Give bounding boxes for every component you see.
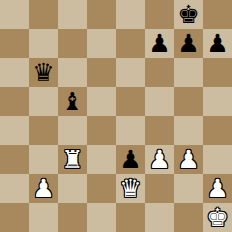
- chess-board: ♚♟♟♟♛♝♜♟♟♟♟♛♟♚: [0, 0, 232, 232]
- piece-black-pawn[interactable]: ♟: [119, 145, 141, 174]
- square-h4[interactable]: [203, 116, 232, 145]
- square-g6[interactable]: [174, 58, 203, 87]
- square-a4[interactable]: [0, 116, 29, 145]
- square-b8[interactable]: [29, 0, 58, 29]
- piece-white-pawn[interactable]: ♟: [32, 174, 54, 203]
- square-d7[interactable]: [87, 29, 116, 58]
- square-e6[interactable]: [116, 58, 145, 87]
- square-c7[interactable]: [58, 29, 87, 58]
- piece-white-king[interactable]: ♚: [206, 203, 228, 232]
- square-b3[interactable]: [29, 145, 58, 174]
- piece-black-pawn[interactable]: ♟: [206, 29, 228, 58]
- square-h7[interactable]: ♟: [203, 29, 232, 58]
- square-e7[interactable]: [116, 29, 145, 58]
- square-g2[interactable]: [174, 174, 203, 203]
- square-b2[interactable]: ♟: [29, 174, 58, 203]
- square-g8[interactable]: ♚: [174, 0, 203, 29]
- square-e5[interactable]: [116, 87, 145, 116]
- square-d4[interactable]: [87, 116, 116, 145]
- piece-black-pawn[interactable]: ♟: [177, 29, 199, 58]
- square-d3[interactable]: [87, 145, 116, 174]
- square-c4[interactable]: [58, 116, 87, 145]
- square-e3[interactable]: ♟: [116, 145, 145, 174]
- square-d1[interactable]: [87, 203, 116, 232]
- square-b7[interactable]: [29, 29, 58, 58]
- piece-white-pawn[interactable]: ♟: [177, 145, 199, 174]
- square-a1[interactable]: [0, 203, 29, 232]
- square-c6[interactable]: [58, 58, 87, 87]
- square-d8[interactable]: [87, 0, 116, 29]
- square-b5[interactable]: [29, 87, 58, 116]
- square-a8[interactable]: [0, 0, 29, 29]
- square-g7[interactable]: ♟: [174, 29, 203, 58]
- piece-white-pawn[interactable]: ♟: [148, 145, 170, 174]
- square-b4[interactable]: [29, 116, 58, 145]
- square-g4[interactable]: [174, 116, 203, 145]
- square-h3[interactable]: [203, 145, 232, 174]
- square-g3[interactable]: ♟: [174, 145, 203, 174]
- square-f5[interactable]: [145, 87, 174, 116]
- square-a5[interactable]: [0, 87, 29, 116]
- square-f3[interactable]: ♟: [145, 145, 174, 174]
- square-e2[interactable]: ♛: [116, 174, 145, 203]
- square-e8[interactable]: [116, 0, 145, 29]
- square-f8[interactable]: [145, 0, 174, 29]
- square-d5[interactable]: [87, 87, 116, 116]
- piece-black-pawn[interactable]: ♟: [148, 29, 170, 58]
- square-h2[interactable]: ♟: [203, 174, 232, 203]
- square-h1[interactable]: ♚: [203, 203, 232, 232]
- square-e1[interactable]: [116, 203, 145, 232]
- square-c5[interactable]: ♝: [58, 87, 87, 116]
- square-c3[interactable]: ♜: [58, 145, 87, 174]
- square-f4[interactable]: [145, 116, 174, 145]
- piece-white-queen[interactable]: ♛: [119, 174, 141, 203]
- piece-white-pawn[interactable]: ♟: [206, 174, 228, 203]
- square-c8[interactable]: [58, 0, 87, 29]
- square-a7[interactable]: [0, 29, 29, 58]
- piece-black-queen[interactable]: ♛: [32, 58, 54, 87]
- square-d2[interactable]: [87, 174, 116, 203]
- square-h5[interactable]: [203, 87, 232, 116]
- piece-black-bishop[interactable]: ♝: [61, 87, 83, 116]
- square-h8[interactable]: [203, 0, 232, 29]
- square-e4[interactable]: [116, 116, 145, 145]
- square-a3[interactable]: [0, 145, 29, 174]
- square-c1[interactable]: [58, 203, 87, 232]
- square-h6[interactable]: [203, 58, 232, 87]
- square-a2[interactable]: [0, 174, 29, 203]
- square-f6[interactable]: [145, 58, 174, 87]
- square-d6[interactable]: [87, 58, 116, 87]
- square-b1[interactable]: [29, 203, 58, 232]
- square-f1[interactable]: [145, 203, 174, 232]
- square-b6[interactable]: ♛: [29, 58, 58, 87]
- square-f7[interactable]: ♟: [145, 29, 174, 58]
- square-f2[interactable]: [145, 174, 174, 203]
- square-g5[interactable]: [174, 87, 203, 116]
- square-g1[interactable]: [174, 203, 203, 232]
- piece-black-king[interactable]: ♚: [177, 0, 199, 29]
- square-c2[interactable]: [58, 174, 87, 203]
- piece-white-rook[interactable]: ♜: [61, 145, 83, 174]
- square-a6[interactable]: [0, 58, 29, 87]
